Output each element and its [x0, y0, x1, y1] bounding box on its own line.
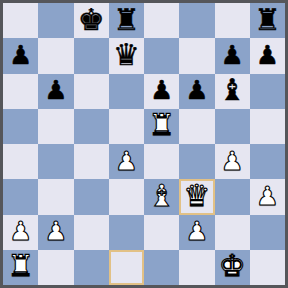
square-a2[interactable]: ♟: [3, 215, 38, 250]
black-pawn-piece[interactable]: ♟: [185, 77, 208, 103]
white-rook-piece[interactable]: ♜: [7, 251, 34, 281]
square-g4[interactable]: ♟: [215, 144, 250, 179]
square-d8[interactable]: ♜: [109, 3, 144, 38]
square-a5[interactable]: [3, 109, 38, 144]
square-h4[interactable]: [250, 144, 285, 179]
square-f6[interactable]: ♟: [179, 74, 214, 109]
square-g8[interactable]: [215, 3, 250, 38]
square-d5[interactable]: [109, 109, 144, 144]
black-king-piece[interactable]: ♚: [78, 5, 105, 35]
white-pawn-piece[interactable]: ♟: [115, 148, 138, 174]
square-f8[interactable]: [179, 3, 214, 38]
black-pawn-piece[interactable]: ♟: [150, 77, 173, 103]
square-c5[interactable]: [74, 109, 109, 144]
square-e6[interactable]: ♟: [144, 74, 179, 109]
square-e4[interactable]: [144, 144, 179, 179]
square-d1[interactable]: [109, 250, 144, 285]
square-a1[interactable]: ♜: [3, 250, 38, 285]
square-e5[interactable]: ♜: [144, 109, 179, 144]
square-g1[interactable]: ♚: [215, 250, 250, 285]
white-queen-piece[interactable]: ♛: [183, 181, 210, 211]
square-d6[interactable]: [109, 74, 144, 109]
square-c4[interactable]: [74, 144, 109, 179]
white-pawn-piece[interactable]: ♟: [220, 148, 243, 174]
white-pawn-piece[interactable]: ♟: [9, 218, 32, 244]
white-rook-piece[interactable]: ♜: [148, 110, 175, 140]
square-e7[interactable]: [144, 38, 179, 73]
square-c1[interactable]: [74, 250, 109, 285]
square-h8[interactable]: ♜: [250, 3, 285, 38]
square-c3[interactable]: [74, 179, 109, 214]
square-b2[interactable]: ♟: [38, 215, 73, 250]
square-b5[interactable]: [38, 109, 73, 144]
square-a8[interactable]: [3, 3, 38, 38]
square-c7[interactable]: [74, 38, 109, 73]
black-pawn-piece[interactable]: ♟: [9, 42, 32, 68]
square-g2[interactable]: [215, 215, 250, 250]
square-e1[interactable]: [144, 250, 179, 285]
black-pawn-piece[interactable]: ♟: [220, 42, 243, 68]
white-pawn-piece[interactable]: ♟: [44, 218, 67, 244]
square-b4[interactable]: [38, 144, 73, 179]
square-a4[interactable]: [3, 144, 38, 179]
square-h1[interactable]: [250, 250, 285, 285]
square-h5[interactable]: [250, 109, 285, 144]
square-f4[interactable]: [179, 144, 214, 179]
square-d3[interactable]: [109, 179, 144, 214]
black-rook-piece[interactable]: ♜: [113, 5, 140, 35]
black-bishop-piece[interactable]: ♝: [219, 75, 246, 105]
square-g5[interactable]: [215, 109, 250, 144]
square-h6[interactable]: [250, 74, 285, 109]
square-a3[interactable]: [3, 179, 38, 214]
square-c8[interactable]: ♚: [74, 3, 109, 38]
square-b3[interactable]: [38, 179, 73, 214]
square-h3[interactable]: ♟: [250, 179, 285, 214]
square-f3[interactable]: ♛: [179, 179, 214, 214]
square-d2[interactable]: [109, 215, 144, 250]
square-a7[interactable]: ♟: [3, 38, 38, 73]
square-g7[interactable]: ♟: [215, 38, 250, 73]
square-a6[interactable]: [3, 74, 38, 109]
square-f1[interactable]: [179, 250, 214, 285]
square-f5[interactable]: [179, 109, 214, 144]
black-pawn-piece[interactable]: ♟: [44, 77, 67, 103]
square-f2[interactable]: ♟: [179, 215, 214, 250]
square-g6[interactable]: ♝: [215, 74, 250, 109]
black-rook-piece[interactable]: ♜: [254, 5, 281, 35]
black-queen-piece[interactable]: ♛: [113, 40, 140, 70]
square-f7[interactable]: [179, 38, 214, 73]
square-e2[interactable]: [144, 215, 179, 250]
square-h7[interactable]: ♟: [250, 38, 285, 73]
black-pawn-piece[interactable]: ♟: [256, 42, 279, 68]
chess-board: ♚♜♜♟♛♟♟♟♟♟♝♜♟♟♝♛♟♟♟♟♜♚: [0, 0, 288, 288]
square-b7[interactable]: [38, 38, 73, 73]
square-d7[interactable]: ♛: [109, 38, 144, 73]
square-b8[interactable]: [38, 3, 73, 38]
square-b1[interactable]: [38, 250, 73, 285]
square-b6[interactable]: ♟: [38, 74, 73, 109]
square-c6[interactable]: [74, 74, 109, 109]
white-pawn-piece[interactable]: ♟: [185, 218, 208, 244]
square-d4[interactable]: ♟: [109, 144, 144, 179]
white-pawn-piece[interactable]: ♟: [256, 183, 279, 209]
square-e8[interactable]: [144, 3, 179, 38]
square-g3[interactable]: [215, 179, 250, 214]
square-c2[interactable]: [74, 215, 109, 250]
white-king-piece[interactable]: ♚: [219, 251, 246, 281]
square-h2[interactable]: [250, 215, 285, 250]
square-e3[interactable]: ♝: [144, 179, 179, 214]
white-bishop-piece[interactable]: ♝: [148, 181, 175, 211]
